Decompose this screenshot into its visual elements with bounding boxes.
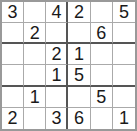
- cell-r6c3[interactable]: 3: [46, 108, 68, 129]
- cell-r2c5[interactable]: 6: [91, 23, 113, 44]
- cell-r2c3[interactable]: [46, 23, 68, 44]
- cell-r6c5[interactable]: [91, 108, 113, 129]
- cell-r5c1[interactable]: [2, 87, 24, 108]
- cell-r2c6[interactable]: [113, 23, 135, 44]
- cell-r1c2[interactable]: [24, 2, 46, 23]
- cell-r6c4[interactable]: 6: [68, 108, 90, 129]
- cell-r1c3[interactable]: 4: [46, 2, 68, 23]
- cell-r4c5[interactable]: [91, 65, 113, 86]
- cell-r5c5[interactable]: 5: [91, 87, 113, 108]
- cell-r3c5[interactable]: [91, 44, 113, 65]
- cell-r6c1[interactable]: 2: [2, 108, 24, 129]
- cell-r4c3[interactable]: 1: [46, 65, 68, 86]
- cell-r3c4[interactable]: 1: [68, 44, 90, 65]
- cell-r2c2[interactable]: 2: [24, 23, 46, 44]
- cell-r3c1[interactable]: [2, 44, 24, 65]
- cell-r1c1[interactable]: 3: [2, 2, 24, 23]
- cell-r5c6[interactable]: [113, 87, 135, 108]
- cell-r4c4[interactable]: 5: [68, 65, 90, 86]
- cell-r2c1[interactable]: [2, 23, 24, 44]
- cell-r5c2[interactable]: 1: [24, 87, 46, 108]
- sudoku-board: 3425262115152361: [0, 0, 137, 131]
- cell-r4c1[interactable]: [2, 65, 24, 86]
- cell-r1c5[interactable]: [91, 2, 113, 23]
- cell-r5c4[interactable]: [68, 87, 90, 108]
- cell-r4c2[interactable]: [24, 65, 46, 86]
- cell-r1c4[interactable]: 2: [68, 2, 90, 23]
- cell-r5c3[interactable]: [46, 87, 68, 108]
- cell-r3c6[interactable]: [113, 44, 135, 65]
- cell-r2c4[interactable]: [68, 23, 90, 44]
- cell-r6c6[interactable]: 1: [113, 108, 135, 129]
- cell-r1c6[interactable]: 5: [113, 2, 135, 23]
- cell-r3c2[interactable]: [24, 44, 46, 65]
- cell-r3c3[interactable]: 2: [46, 44, 68, 65]
- cell-r4c6[interactable]: [113, 65, 135, 86]
- cell-r6c2[interactable]: [24, 108, 46, 129]
